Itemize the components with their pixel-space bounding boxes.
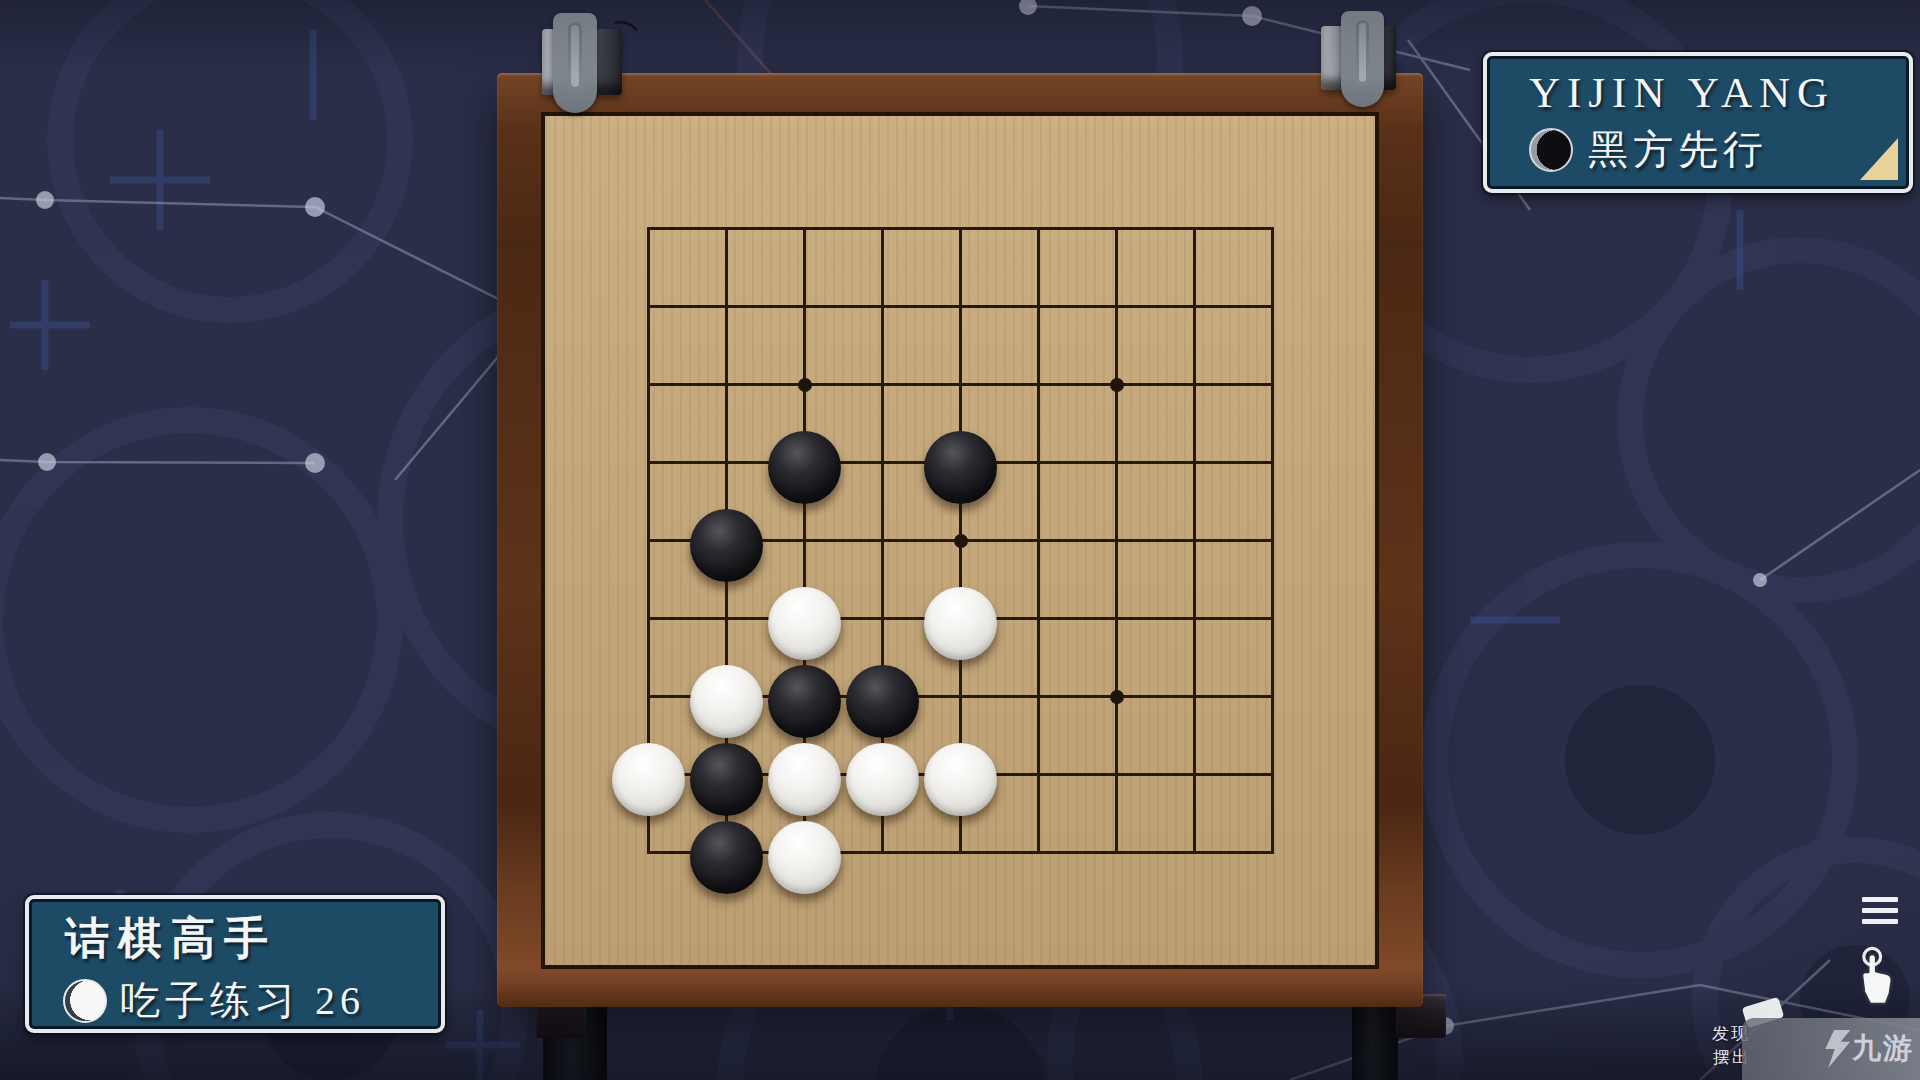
white-stone [924, 587, 997, 660]
white-stone [612, 743, 685, 816]
grid-line-vertical [1115, 227, 1118, 854]
black-stone [690, 743, 763, 816]
stand-leg-right [1352, 1000, 1398, 1080]
player-name: YIJIN YANG [1529, 68, 1909, 117]
black-stone [768, 431, 841, 504]
black-stone-icon [1529, 128, 1573, 172]
white-stone [768, 743, 841, 816]
clamp-pad [1356, 20, 1369, 85]
white-stone [768, 821, 841, 894]
clamp-pad [568, 22, 581, 90]
white-stone [690, 665, 763, 738]
grid-line-vertical [1193, 227, 1196, 854]
board-grid[interactable] [647, 227, 1274, 854]
black-stone [690, 821, 763, 894]
black-stone [768, 665, 841, 738]
lightning-g-logo-icon [1822, 1030, 1852, 1068]
menu-bar [1862, 908, 1898, 913]
star-point [798, 378, 812, 392]
star-point [1110, 378, 1124, 392]
white-stone [768, 587, 841, 660]
white-stone [924, 743, 997, 816]
menu-bar [1862, 919, 1898, 924]
black-stone [846, 665, 919, 738]
turn-status-label: 黑方先行 [1588, 122, 1768, 177]
puzzle-info-panel: 诘棋高手 吃子练习 26 [25, 895, 445, 1033]
black-stone [690, 509, 763, 582]
black-stone [924, 431, 997, 504]
player-info-panel[interactable]: YIJIN YANG 黑方先行 [1483, 52, 1913, 193]
hamburger-menu-icon[interactable] [1862, 897, 1898, 927]
hand-pointer-cursor [1851, 946, 1903, 1008]
watermark-overlay: 九游 [1742, 1018, 1920, 1080]
clamp-front-clip [1341, 11, 1383, 107]
corner-triangle-marker[interactable] [1860, 138, 1898, 180]
camera-clamp-left [527, 13, 622, 113]
star-point [954, 534, 968, 548]
camera-clamp-right [1317, 11, 1407, 107]
star-point [1110, 690, 1124, 704]
grid-line-vertical [1037, 227, 1040, 854]
mode-title: 诘棋高手 [65, 909, 441, 968]
menu-bar [1862, 897, 1898, 902]
white-stone-icon [63, 979, 107, 1023]
exercise-label: 吃子练习 26 [120, 973, 365, 1028]
clamp-front-clip [553, 13, 598, 113]
white-stone [846, 743, 919, 816]
grid-line-vertical [1271, 227, 1274, 854]
logo-text: 九游 [1852, 1029, 1914, 1069]
